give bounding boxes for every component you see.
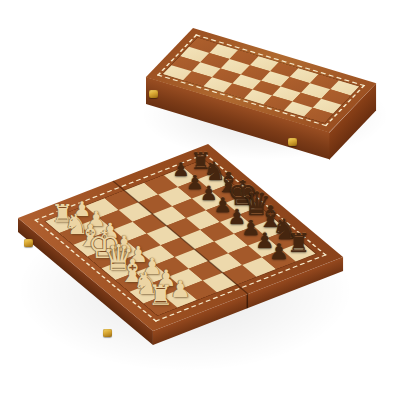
open-board-clasp-lower xyxy=(103,329,112,337)
open-board-clasp-upper xyxy=(24,239,33,247)
box-clasp-left xyxy=(149,90,158,98)
fold-seam-edge xyxy=(247,294,248,309)
piece-white-rook[interactable]: ♜ xyxy=(148,281,173,309)
scene: ♜♞♝♛♚♝♞♜♟♟♟♟♟♟♟♟♟♟♟♟♟♟♟♟♜♞♝♛♚♝♞♜ xyxy=(0,0,400,400)
box-clasp-right xyxy=(288,138,297,146)
piece-black-pawn[interactable]: ♟ xyxy=(269,241,288,263)
piece-black-rook[interactable]: ♜ xyxy=(287,229,310,255)
